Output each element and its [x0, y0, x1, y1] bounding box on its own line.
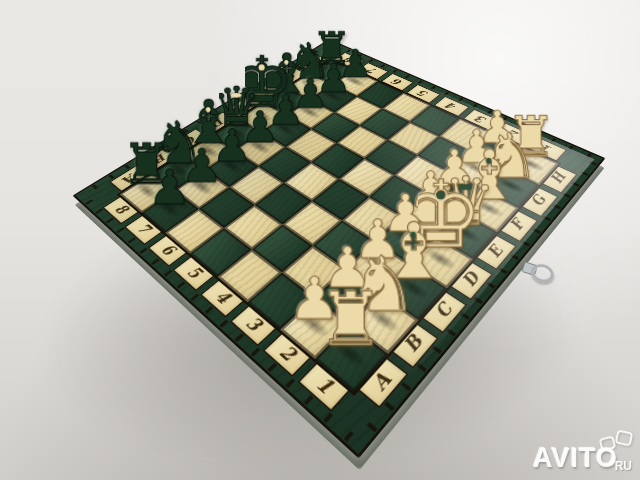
crown-tip-accent: [206, 107, 211, 112]
pawn-glyph: ♟: [148, 165, 191, 209]
watermark-tld: RU: [615, 459, 632, 473]
watermark-text: AVITO: [533, 443, 618, 474]
avito-watermark: AVITO RU: [504, 434, 634, 476]
piece-black-pawn-a7[interactable]: ♟: [150, 161, 190, 209]
rook-glyph: ♜: [318, 285, 385, 354]
piece-white-rook-a1[interactable]: ♜: [326, 279, 378, 354]
photo-background: 87654321 87654321 HGFEDCBA HGFEDCBA ♜♞♝♛…: [0, 0, 640, 480]
chess-scene: 87654321 87654321 HGFEDCBA HGFEDCBA ♜♞♝♛…: [0, 0, 640, 480]
